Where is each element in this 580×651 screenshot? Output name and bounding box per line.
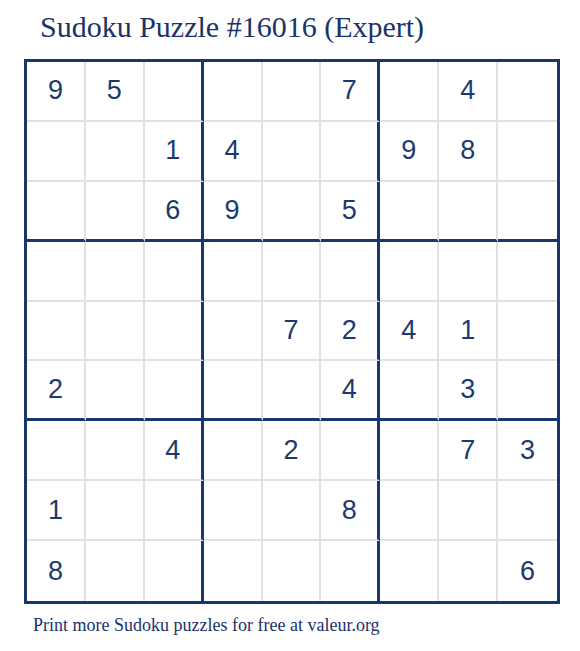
footer-text: Print more Sudoku puzzles for free at va… — [33, 615, 380, 636]
sudoku-cell-r7c4 — [204, 421, 263, 481]
sudoku-cell-r1c5 — [263, 62, 322, 122]
sudoku-cell-r5c7: 4 — [380, 302, 439, 362]
sudoku-cell-r2c4: 4 — [204, 122, 263, 182]
sudoku-cell-r3c4: 9 — [204, 182, 263, 242]
sudoku-cell-r4c7 — [380, 242, 439, 302]
sudoku-page: Sudoku Puzzle #16016 (Expert) 9574149869… — [0, 0, 580, 651]
sudoku-cell-r2c1 — [27, 122, 86, 182]
sudoku-cell-r6c7 — [380, 361, 439, 421]
sudoku-cell-r9c3 — [145, 541, 204, 601]
sudoku-cell-r4c4 — [204, 242, 263, 302]
sudoku-cell-r8c3 — [145, 481, 204, 541]
sudoku-cell-r4c8 — [439, 242, 498, 302]
sudoku-cell-r2c6 — [321, 122, 380, 182]
sudoku-cell-r5c9 — [498, 302, 557, 362]
sudoku-cell-r4c1 — [27, 242, 86, 302]
sudoku-cell-r6c9 — [498, 361, 557, 421]
sudoku-cell-r2c3: 1 — [145, 122, 204, 182]
sudoku-cell-r6c4 — [204, 361, 263, 421]
sudoku-cell-r4c3 — [145, 242, 204, 302]
sudoku-cell-r5c4 — [204, 302, 263, 362]
sudoku-cell-r6c3 — [145, 361, 204, 421]
sudoku-cell-r1c6: 7 — [321, 62, 380, 122]
sudoku-cell-r3c1 — [27, 182, 86, 242]
sudoku-cell-r2c8: 8 — [439, 122, 498, 182]
sudoku-cell-r5c6: 2 — [321, 302, 380, 362]
sudoku-board: 95741498695724124342731886 — [24, 59, 560, 604]
sudoku-cell-r9c4 — [204, 541, 263, 601]
sudoku-cell-r4c6 — [321, 242, 380, 302]
sudoku-cell-r3c8 — [439, 182, 498, 242]
sudoku-cell-r9c2 — [86, 541, 145, 601]
sudoku-cell-r1c7 — [380, 62, 439, 122]
sudoku-cell-r9c8 — [439, 541, 498, 601]
sudoku-cell-r1c9 — [498, 62, 557, 122]
sudoku-cell-r7c2 — [86, 421, 145, 481]
sudoku-cell-r7c6 — [321, 421, 380, 481]
sudoku-cell-r4c2 — [86, 242, 145, 302]
sudoku-cell-r7c5: 2 — [263, 421, 322, 481]
sudoku-cell-r7c8: 7 — [439, 421, 498, 481]
sudoku-cell-r3c6: 5 — [321, 182, 380, 242]
sudoku-cell-r5c3 — [145, 302, 204, 362]
sudoku-cell-r7c3: 4 — [145, 421, 204, 481]
sudoku-cell-r4c5 — [263, 242, 322, 302]
page-title: Sudoku Puzzle #16016 (Expert) — [40, 10, 424, 44]
sudoku-cell-r8c7 — [380, 481, 439, 541]
sudoku-cell-r1c8: 4 — [439, 62, 498, 122]
sudoku-cell-r6c1: 2 — [27, 361, 86, 421]
sudoku-cell-r7c7 — [380, 421, 439, 481]
sudoku-cell-r3c9 — [498, 182, 557, 242]
sudoku-cell-r1c3 — [145, 62, 204, 122]
sudoku-cell-r5c8: 1 — [439, 302, 498, 362]
sudoku-cell-r6c6: 4 — [321, 361, 380, 421]
sudoku-cell-r7c1 — [27, 421, 86, 481]
sudoku-cell-r8c8 — [439, 481, 498, 541]
sudoku-cell-r6c2 — [86, 361, 145, 421]
sudoku-cell-r5c2 — [86, 302, 145, 362]
sudoku-cell-r9c9: 6 — [498, 541, 557, 601]
sudoku-cell-r6c8: 3 — [439, 361, 498, 421]
sudoku-cell-r3c7 — [380, 182, 439, 242]
sudoku-cell-r1c4 — [204, 62, 263, 122]
sudoku-cell-r2c7: 9 — [380, 122, 439, 182]
sudoku-cell-r8c5 — [263, 481, 322, 541]
sudoku-cell-r5c1 — [27, 302, 86, 362]
sudoku-cell-r8c2 — [86, 481, 145, 541]
sudoku-cell-r8c6: 8 — [321, 481, 380, 541]
sudoku-cell-r9c5 — [263, 541, 322, 601]
sudoku-cell-r8c9 — [498, 481, 557, 541]
sudoku-cell-r3c2 — [86, 182, 145, 242]
sudoku-cell-r1c1: 9 — [27, 62, 86, 122]
sudoku-cell-r8c4 — [204, 481, 263, 541]
sudoku-cell-r2c2 — [86, 122, 145, 182]
sudoku-cell-r6c5 — [263, 361, 322, 421]
sudoku-cell-r3c3: 6 — [145, 182, 204, 242]
sudoku-cell-r8c1: 1 — [27, 481, 86, 541]
sudoku-cell-r9c7 — [380, 541, 439, 601]
sudoku-cell-r7c9: 3 — [498, 421, 557, 481]
sudoku-cell-r1c2: 5 — [86, 62, 145, 122]
sudoku-cell-r2c5 — [263, 122, 322, 182]
sudoku-cell-r9c1: 8 — [27, 541, 86, 601]
sudoku-cell-r5c5: 7 — [263, 302, 322, 362]
sudoku-cell-r3c5 — [263, 182, 322, 242]
sudoku-cell-r4c9 — [498, 242, 557, 302]
sudoku-cell-r2c9 — [498, 122, 557, 182]
sudoku-cell-r9c6 — [321, 541, 380, 601]
